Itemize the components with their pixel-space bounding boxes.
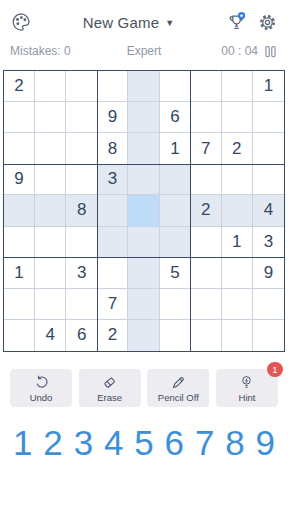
undo-button[interactable]: Undo (10, 369, 72, 407)
sudoku-cell-r8c6[interactable] (160, 289, 191, 320)
sudoku-cell-r2c3[interactable] (66, 102, 97, 133)
box-divider-vertical-2 (190, 71, 192, 351)
sudoku-cell-r5c4[interactable] (97, 195, 128, 226)
sudoku-cell-r4c9[interactable] (253, 164, 284, 195)
numpad-digit-1[interactable]: 1 (13, 425, 32, 460)
sudoku-cell-r9c4[interactable]: 2 (97, 320, 128, 351)
sudoku-cell-r5c7[interactable]: 2 (191, 195, 222, 226)
sudoku-cell-r4c2[interactable] (35, 164, 66, 195)
page-title: New Game (83, 14, 160, 31)
sudoku-cell-r7c9[interactable]: 9 (253, 258, 284, 289)
pencil-icon (170, 374, 187, 391)
sudoku-cell-r4c6[interactable] (160, 164, 191, 195)
numpad-digit-3[interactable]: 3 (74, 425, 93, 460)
gear-icon[interactable] (257, 12, 278, 33)
sudoku-cell-r1c3[interactable] (66, 71, 97, 102)
sudoku-cell-r2c2[interactable] (35, 102, 66, 133)
sudoku-cell-r3c1[interactable] (4, 133, 35, 164)
sudoku-cell-r3c6[interactable]: 1 (160, 133, 191, 164)
toolbar: Undo Erase Pencil Off 1 (0, 369, 288, 407)
sudoku-cell-r3c8[interactable]: 2 (222, 133, 253, 164)
hint-label: Hint (239, 392, 256, 403)
box-divider-horizontal-2 (4, 257, 284, 259)
sudoku-cell-r9c2[interactable]: 4 (35, 320, 66, 351)
sudoku-cell-r3c5[interactable] (128, 133, 159, 164)
theme-palette-icon[interactable] (10, 11, 32, 33)
status-bar: Mistakes: 0 Expert 00 : 04 (0, 43, 288, 59)
sudoku-cell-r4c8[interactable] (222, 164, 253, 195)
sudoku-cell-r7c2[interactable] (35, 258, 66, 289)
hint-badge: 1 (267, 362, 283, 377)
sudoku-cell-r5c2[interactable] (35, 195, 66, 226)
sudoku-cell-r2c7[interactable] (191, 102, 222, 133)
sudoku-cell-r2c6[interactable]: 6 (160, 102, 191, 133)
sudoku-cell-r8c1[interactable] (4, 289, 35, 320)
sudoku-cell-r3c9[interactable] (253, 133, 284, 164)
sudoku-cell-r2c9[interactable] (253, 102, 284, 133)
sudoku-cell-r2c8[interactable] (222, 102, 253, 133)
sudoku-cell-r7c8[interactable] (222, 258, 253, 289)
sudoku-cell-r6c4[interactable] (97, 227, 128, 258)
sudoku-cell-r5c8[interactable] (222, 195, 253, 226)
sudoku-cell-r3c4[interactable]: 8 (97, 133, 128, 164)
sudoku-cell-r5c3[interactable]: 8 (66, 195, 97, 226)
sudoku-cell-r9c3[interactable]: 6 (66, 320, 97, 351)
mistakes-counter: Mistakes: 0 (10, 44, 99, 58)
box-divider-horizontal-1 (4, 164, 284, 166)
box-divider-vertical-1 (97, 71, 99, 351)
sudoku-cell-r1c5[interactable] (128, 71, 159, 102)
sudoku-cell-r5c6[interactable] (160, 195, 191, 226)
sudoku-cell-r4c5[interactable] (128, 164, 159, 195)
chevron-down-icon: ▼ (165, 18, 174, 28)
sudoku-cell-r7c4[interactable] (97, 258, 128, 289)
erase-button[interactable]: Erase (79, 369, 141, 407)
sudoku-cell-r6c3[interactable] (66, 227, 97, 258)
sudoku-cell-r7c6[interactable]: 5 (160, 258, 191, 289)
timer: 00 : 04 (221, 44, 258, 58)
sudoku-cell-r9c6[interactable] (160, 320, 191, 351)
pencil-off-button[interactable]: Pencil Off (147, 369, 209, 407)
sudoku-cell-r2c5[interactable] (128, 102, 159, 133)
number-pad: 123456789 (0, 425, 288, 460)
sudoku-cell-r5c1[interactable] (4, 195, 35, 226)
sudoku-cell-r1c1[interactable]: 2 (4, 71, 35, 102)
sudoku-cell-r1c6[interactable] (160, 71, 191, 102)
sudoku-cell-r6c7[interactable] (191, 227, 222, 258)
sudoku-cell-r9c9[interactable] (253, 320, 284, 351)
sudoku-cell-r6c8[interactable]: 1 (222, 227, 253, 258)
sudoku-cell-r8c2[interactable] (35, 289, 66, 320)
sudoku-cell-r1c2[interactable] (35, 71, 66, 102)
sudoku-cell-r8c4[interactable]: 7 (97, 289, 128, 320)
eraser-icon (101, 374, 118, 391)
sudoku-cell-r1c9[interactable]: 1 (253, 71, 284, 102)
sudoku-cell-r3c3[interactable] (66, 133, 97, 164)
sudoku-cell-r8c8[interactable] (222, 289, 253, 320)
sudoku-cell-r4c4[interactable]: 3 (97, 164, 128, 195)
difficulty-label: Expert (99, 44, 188, 58)
sudoku-cell-r6c9[interactable]: 3 (253, 227, 284, 258)
numpad-digit-5[interactable]: 5 (134, 425, 153, 460)
sudoku-board: 21968172938241313597462 (3, 70, 285, 352)
hint-button[interactable]: 1 Hint (216, 369, 278, 407)
pause-icon[interactable] (263, 44, 278, 59)
sudoku-cell-r9c7[interactable] (191, 320, 222, 351)
sudoku-cell-r4c3[interactable] (66, 164, 97, 195)
sudoku-cell-r6c6[interactable] (160, 227, 191, 258)
sudoku-cell-r7c3[interactable]: 3 (66, 258, 97, 289)
sudoku-cell-r1c4[interactable] (97, 71, 128, 102)
undo-label: Undo (30, 392, 53, 403)
sudoku-cell-r8c5[interactable] (128, 289, 159, 320)
sudoku-cell-r6c5[interactable] (128, 227, 159, 258)
sudoku-cell-r9c5[interactable] (128, 320, 159, 351)
numpad-digit-9[interactable]: 9 (256, 425, 275, 460)
sudoku-cell-r8c3[interactable] (66, 289, 97, 320)
sudoku-cell-r1c7[interactable] (191, 71, 222, 102)
sudoku-cell-r3c2[interactable] (35, 133, 66, 164)
sudoku-cell-r7c5[interactable] (128, 258, 159, 289)
sudoku-cell-r3c7[interactable]: 7 (191, 133, 222, 164)
sudoku-cell-r1c8[interactable] (222, 71, 253, 102)
sudoku-cell-r5c5[interactable] (128, 195, 159, 226)
sudoku-cell-r8c9[interactable] (253, 289, 284, 320)
sudoku-cell-r8c7[interactable] (191, 289, 222, 320)
undo-icon (33, 374, 50, 391)
trophy-icon[interactable] (225, 11, 248, 33)
numpad-digit-8[interactable]: 8 (225, 425, 244, 460)
sudoku-cell-r2c4[interactable]: 9 (97, 102, 128, 133)
sudoku-cell-r6c2[interactable] (35, 227, 66, 258)
sudoku-cell-r4c7[interactable] (191, 164, 222, 195)
sudoku-cell-r4c1[interactable]: 9 (4, 164, 35, 195)
sudoku-cell-r9c1[interactable] (4, 320, 35, 351)
game-mode-dropdown[interactable]: New Game ▼ (83, 14, 175, 31)
sudoku-cell-r5c9[interactable]: 4 (253, 195, 284, 226)
numpad-digit-4[interactable]: 4 (104, 425, 123, 460)
top-bar: New Game ▼ (0, 0, 288, 34)
sudoku-cell-r2c1[interactable] (4, 102, 35, 133)
sudoku-cell-r6c1[interactable] (4, 227, 35, 258)
erase-label: Erase (97, 392, 122, 403)
lightbulb-icon (238, 374, 255, 391)
numpad-digit-2[interactable]: 2 (43, 425, 62, 460)
numpad-digit-7[interactable]: 7 (195, 425, 214, 460)
sudoku-cell-r7c1[interactable]: 1 (4, 258, 35, 289)
sudoku-cell-r9c8[interactable] (222, 320, 253, 351)
pencil-off-label: Pencil Off (158, 392, 199, 403)
numpad-digit-6[interactable]: 6 (165, 425, 184, 460)
sudoku-cell-r7c7[interactable] (191, 258, 222, 289)
